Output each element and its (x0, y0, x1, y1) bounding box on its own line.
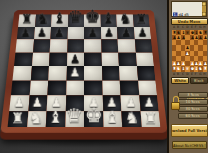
mini-piece-white-h1: ♜ (203, 67, 206, 71)
mini-piece-black-b8: ♞ (177, 30, 180, 34)
square-g6[interactable] (118, 39, 136, 52)
file-label-e: E (191, 26, 193, 28)
piece-white-b1[interactable]: ♞ (29, 110, 43, 126)
piece-white-g1[interactable]: ♞ (125, 110, 139, 126)
piece-black-g7[interactable]: ♟ (121, 27, 131, 38)
black-side-button[interactable]: Black (190, 77, 208, 84)
mini-square-b7: ♟ (176, 35, 180, 40)
thinking-time-group: 3 Secs 10 Secs 30 Secs 60 Secs (171, 92, 208, 120)
square-c5[interactable] (49, 52, 67, 66)
square-h5[interactable] (135, 52, 154, 66)
piece-black-a8[interactable]: ♜ (21, 13, 32, 26)
white-side-button[interactable]: White (171, 77, 189, 84)
square-c4[interactable] (48, 66, 66, 80)
square-b3[interactable] (29, 80, 48, 95)
time-option-4[interactable]: 60 Secs (178, 113, 208, 119)
piece-white-d4[interactable]: ♟ (70, 67, 81, 79)
mini-square-d8: ♛ (185, 30, 189, 35)
square-b5[interactable] (32, 52, 50, 66)
piece-black-f8[interactable]: ♝ (102, 11, 115, 25)
piece-black-e8[interactable]: ♚ (84, 8, 100, 25)
square-d6[interactable] (67, 39, 84, 52)
file-label-d: D (186, 73, 188, 75)
mini-piece-black-c8: ♝ (181, 30, 184, 34)
file-label-g: G (199, 73, 201, 75)
piece-black-f7[interactable]: ♟ (104, 27, 114, 38)
mini-piece-black-g7: ♟ (199, 36, 202, 40)
file-label-d: D (186, 26, 188, 28)
square-e5[interactable] (84, 52, 102, 66)
mini-square-h8: ♜ (203, 30, 207, 35)
mini-square-c7: ♟ (181, 35, 185, 40)
mini-piece-white-g1: ♞ (199, 67, 202, 71)
square-h3[interactable] (138, 80, 157, 95)
piece-white-f1[interactable]: ♝ (105, 109, 120, 125)
mini-piece-black-b7: ♟ (177, 36, 180, 40)
piece-white-a2[interactable]: ♟ (13, 97, 24, 109)
lock-icon (171, 96, 180, 112)
mini-piece-white-c1: ♝ (181, 67, 184, 71)
mini-board-files-top: ABCDEFGH (172, 25, 207, 29)
chess-board-3d[interactable]: ♜♞♝♛♚♝♞♜♟♟♟♟♟♟♟♟♟♟♟♟♟♟♟♟♜♞♝♛♚♝♞♜ (8, 14, 161, 127)
piece-white-c1[interactable]: ♝ (48, 109, 63, 125)
file-label-f: F (195, 26, 197, 28)
mini-square-e7: ♟ (190, 35, 194, 40)
undo-move-button[interactable]: Undo Move (171, 18, 208, 25)
piece-white-g2[interactable]: ♟ (125, 97, 136, 109)
move-list-scrollbar[interactable] (202, 2, 206, 16)
mini-piece-white-a1: ♜ (173, 67, 176, 71)
mini-piece-white-b1: ♞ (177, 67, 180, 71)
time-option-3[interactable]: 30 Secs (178, 106, 208, 112)
time-option-1[interactable]: 3 Secs (178, 92, 208, 98)
square-f4[interactable] (102, 66, 120, 80)
mini-piece-white-f1: ♝ (194, 67, 197, 71)
piece-black-c8[interactable]: ♝ (53, 11, 66, 25)
file-label-e: E (191, 73, 193, 75)
square-e4[interactable] (84, 66, 102, 80)
square-a4[interactable] (12, 66, 31, 80)
about-netchess-button[interactable]: About NetCHESS ! (172, 141, 207, 149)
file-label-h: H (204, 73, 206, 75)
square-b4[interactable] (30, 66, 49, 80)
download-full-version-button[interactable]: Download Full Version (171, 124, 208, 137)
square-a3[interactable] (11, 80, 30, 95)
square-a5[interactable] (14, 52, 33, 66)
file-label-h: H (204, 26, 206, 28)
mini-piece-black-d5: ♟ (186, 46, 189, 50)
piece-white-d1[interactable]: ♛ (66, 107, 83, 126)
file-label-b: B (177, 26, 179, 28)
mini-square-f8: ♝ (194, 30, 198, 35)
file-label-b: B (177, 73, 179, 75)
piece-black-h7[interactable]: ♟ (138, 27, 148, 38)
mini-square-h7: ♟ (203, 35, 207, 40)
piece-black-b7[interactable]: ♟ (37, 27, 47, 38)
scroll-up-icon[interactable] (202, 2, 206, 6)
file-label-a: A (173, 26, 175, 28)
square-f3[interactable] (102, 80, 121, 95)
move-list[interactable]: 1. d4 d5 (171, 1, 207, 17)
side-select-row: White Black (171, 77, 208, 84)
mini-piece-black-f7: ♟ (194, 36, 197, 40)
file-label-a: A (173, 73, 175, 75)
square-c6[interactable] (50, 39, 67, 52)
mini-piece-black-a7: ♟ (173, 36, 176, 40)
file-label-g: G (199, 26, 201, 28)
move-text: d4 d5 (178, 12, 188, 16)
mini-piece-black-g8: ♞ (199, 30, 202, 34)
thinking-time-label: Thinking Time (169, 85, 208, 90)
mini-piece-white-d1: ♛ (186, 67, 189, 71)
mini-square-d4: ♟ (185, 51, 189, 56)
mini-board-files-bottom: ABCDEFGH (172, 72, 207, 76)
piece-black-a7[interactable]: ♟ (20, 27, 30, 38)
square-f6[interactable] (101, 39, 118, 52)
square-d7[interactable] (67, 27, 84, 40)
file-label-c: C (182, 73, 184, 75)
file-label-c: C (182, 26, 184, 28)
piece-black-g8[interactable]: ♞ (119, 12, 131, 26)
mini-piece-white-d4: ♟ (186, 51, 189, 55)
square-b6[interactable] (33, 39, 51, 52)
square-g3[interactable] (120, 80, 139, 95)
mini-piece-black-e8: ♚ (190, 30, 193, 34)
sidebar: 1. d4 d5 Undo Move ABCDEFGH ♜♞♝♛♚♝♞♜♟♟♟♟… (167, 0, 208, 153)
mini-piece-black-a8: ♜ (173, 30, 176, 34)
file-label-f: F (195, 73, 197, 75)
mini-piece-black-f8: ♝ (194, 30, 197, 34)
mini-piece-black-c7: ♟ (181, 36, 184, 40)
piece-white-a1[interactable]: ♜ (11, 111, 24, 126)
mini-piece-black-h7: ♟ (203, 36, 206, 40)
piece-black-h8[interactable]: ♜ (136, 13, 147, 26)
piece-white-b2[interactable]: ♟ (32, 97, 43, 109)
mini-square-e8: ♚ (190, 30, 194, 35)
mini-square-g7: ♟ (198, 35, 202, 40)
piece-black-c7[interactable]: ♟ (54, 27, 64, 38)
square-g5[interactable] (118, 52, 136, 66)
piece-white-h2[interactable]: ♟ (144, 97, 155, 109)
piece-white-h1[interactable]: ♜ (144, 111, 157, 126)
board-wood-frame: ♜♞♝♛♚♝♞♜♟♟♟♟♟♟♟♟♟♟♟♟♟♟♟♟♜♞♝♛♚♝♞♜ (0, 10, 167, 132)
piece-white-e1[interactable]: ♚ (84, 105, 102, 125)
square-e3[interactable] (84, 80, 102, 95)
piece-black-e7[interactable]: ♟ (87, 27, 97, 38)
mini-piece-black-h8: ♜ (203, 30, 206, 34)
mini-square-c8: ♝ (181, 30, 185, 35)
piece-black-d8[interactable]: ♛ (68, 9, 83, 25)
square-d3[interactable] (66, 80, 84, 95)
mini-square-g8: ♞ (198, 30, 202, 35)
square-a6[interactable] (15, 39, 33, 52)
scroll-down-icon[interactable] (202, 12, 206, 16)
piece-black-b8[interactable]: ♞ (37, 12, 49, 26)
square-h6[interactable] (134, 39, 152, 52)
perspective-wrapper: ♜♞♝♛♚♝♞♜♟♟♟♟♟♟♟♟♟♟♟♟♟♟♟♟♜♞♝♛♚♝♞♜ (8, 0, 160, 142)
mini-piece-white-e1: ♚ (190, 67, 193, 71)
move-number: 1. (173, 12, 177, 16)
mini-board[interactable]: ♜♞♝♛♚♝♞♜♟♟♟♟♟♟♟♟♟♟♟♟♟♟♟♟♜♞♝♛♚♝♞♜ (172, 30, 207, 72)
piece-black-d5[interactable]: ♟ (70, 53, 80, 64)
square-h4[interactable] (137, 66, 156, 80)
square-g4[interactable] (119, 66, 138, 80)
square-c3[interactable] (47, 80, 66, 95)
square-f5[interactable] (101, 52, 119, 66)
mini-piece-black-d8: ♛ (186, 30, 189, 34)
time-option-2[interactable]: 10 Secs (178, 99, 208, 105)
mini-square-f7: ♟ (194, 35, 198, 40)
board-3d-scene: ♜♞♝♛♚♝♞♜♟♟♟♟♟♟♟♟♟♟♟♟♟♟♟♟♜♞♝♛♚♝♞♜ (0, 0, 167, 153)
mini-square-b8: ♞ (176, 30, 180, 35)
square-e6[interactable] (84, 39, 101, 52)
mini-piece-black-e7: ♟ (190, 36, 193, 40)
mini-square-d5: ♟ (185, 45, 189, 50)
